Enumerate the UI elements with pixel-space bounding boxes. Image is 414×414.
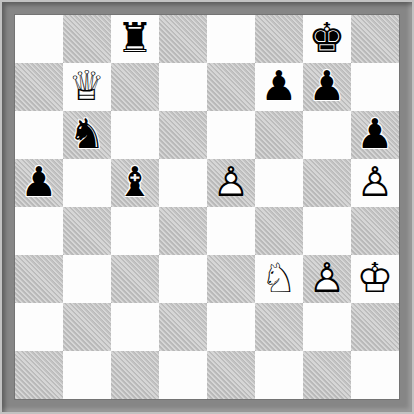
square-e1[interactable] bbox=[207, 351, 255, 399]
square-f8[interactable] bbox=[255, 15, 303, 63]
square-h6[interactable]: ♟ bbox=[351, 111, 399, 159]
square-g8[interactable]: ♚ bbox=[303, 15, 351, 63]
square-h7[interactable] bbox=[351, 63, 399, 111]
square-c1[interactable] bbox=[111, 351, 159, 399]
white-pawn-icon: ♟♙ bbox=[207, 159, 255, 207]
square-h2[interactable] bbox=[351, 303, 399, 351]
square-g6[interactable] bbox=[303, 111, 351, 159]
square-g4[interactable] bbox=[303, 207, 351, 255]
square-h4[interactable] bbox=[351, 207, 399, 255]
square-d1[interactable] bbox=[159, 351, 207, 399]
white-king-icon: ♚♔ bbox=[351, 255, 399, 303]
square-f5[interactable] bbox=[255, 159, 303, 207]
square-b1[interactable] bbox=[63, 351, 111, 399]
square-g5[interactable] bbox=[303, 159, 351, 207]
square-d3[interactable] bbox=[159, 255, 207, 303]
square-b2[interactable] bbox=[63, 303, 111, 351]
square-a4[interactable] bbox=[15, 207, 63, 255]
square-c8[interactable]: ♜ bbox=[111, 15, 159, 63]
square-b4[interactable] bbox=[63, 207, 111, 255]
white-queen-icon: ♛♕ bbox=[63, 63, 111, 111]
square-e7[interactable] bbox=[207, 63, 255, 111]
square-f2[interactable] bbox=[255, 303, 303, 351]
black-pawn-icon: ♟ bbox=[303, 63, 351, 111]
white-pawn-icon: ♟♙ bbox=[303, 255, 351, 303]
square-f4[interactable] bbox=[255, 207, 303, 255]
square-b8[interactable] bbox=[63, 15, 111, 63]
square-g7[interactable]: ♟ bbox=[303, 63, 351, 111]
chess-diagram-frame: ♜♚♛♕♟♟♞♟♟♝♟♙♟♙♞♘♟♙♚♔ bbox=[0, 0, 414, 414]
square-c3[interactable] bbox=[111, 255, 159, 303]
square-e8[interactable] bbox=[207, 15, 255, 63]
square-e5[interactable]: ♟♙ bbox=[207, 159, 255, 207]
square-f7[interactable]: ♟ bbox=[255, 63, 303, 111]
square-c7[interactable] bbox=[111, 63, 159, 111]
square-d5[interactable] bbox=[159, 159, 207, 207]
white-knight-icon: ♞♘ bbox=[255, 255, 303, 303]
square-b5[interactable] bbox=[63, 159, 111, 207]
square-d8[interactable] bbox=[159, 15, 207, 63]
black-king-icon: ♚ bbox=[303, 15, 351, 63]
square-d6[interactable] bbox=[159, 111, 207, 159]
square-d7[interactable] bbox=[159, 63, 207, 111]
square-h1[interactable] bbox=[351, 351, 399, 399]
square-a7[interactable] bbox=[15, 63, 63, 111]
square-b3[interactable] bbox=[63, 255, 111, 303]
black-pawn-icon: ♟ bbox=[255, 63, 303, 111]
square-f3[interactable]: ♞♘ bbox=[255, 255, 303, 303]
square-e4[interactable] bbox=[207, 207, 255, 255]
square-d2[interactable] bbox=[159, 303, 207, 351]
square-f6[interactable] bbox=[255, 111, 303, 159]
square-a5[interactable]: ♟ bbox=[15, 159, 63, 207]
square-c4[interactable] bbox=[111, 207, 159, 255]
square-a8[interactable] bbox=[15, 15, 63, 63]
black-pawn-icon: ♟ bbox=[351, 111, 399, 159]
white-pawn-icon: ♟♙ bbox=[351, 159, 399, 207]
square-a2[interactable] bbox=[15, 303, 63, 351]
black-knight-icon: ♞ bbox=[63, 111, 111, 159]
square-h3[interactable]: ♚♔ bbox=[351, 255, 399, 303]
square-h8[interactable] bbox=[351, 15, 399, 63]
square-e6[interactable] bbox=[207, 111, 255, 159]
square-e3[interactable] bbox=[207, 255, 255, 303]
square-a1[interactable] bbox=[15, 351, 63, 399]
square-d4[interactable] bbox=[159, 207, 207, 255]
square-a3[interactable] bbox=[15, 255, 63, 303]
square-c5[interactable]: ♝ bbox=[111, 159, 159, 207]
square-g3[interactable]: ♟♙ bbox=[303, 255, 351, 303]
square-e2[interactable] bbox=[207, 303, 255, 351]
square-h5[interactable]: ♟♙ bbox=[351, 159, 399, 207]
black-bishop-icon: ♝ bbox=[111, 159, 159, 207]
square-c2[interactable] bbox=[111, 303, 159, 351]
square-b7[interactable]: ♛♕ bbox=[63, 63, 111, 111]
black-rook-icon: ♜ bbox=[111, 15, 159, 63]
square-c6[interactable] bbox=[111, 111, 159, 159]
square-g1[interactable] bbox=[303, 351, 351, 399]
square-b6[interactable]: ♞ bbox=[63, 111, 111, 159]
black-pawn-icon: ♟ bbox=[15, 159, 63, 207]
square-a6[interactable] bbox=[15, 111, 63, 159]
chess-board: ♜♚♛♕♟♟♞♟♟♝♟♙♟♙♞♘♟♙♚♔ bbox=[15, 15, 399, 399]
square-g2[interactable] bbox=[303, 303, 351, 351]
square-f1[interactable] bbox=[255, 351, 303, 399]
